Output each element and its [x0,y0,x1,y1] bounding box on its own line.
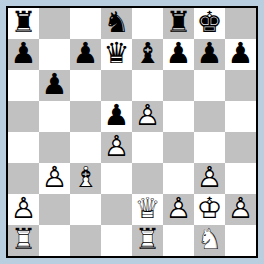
square-g4[interactable] [194,132,225,163]
white-piece-outline-layer: ♙ [194,162,225,193]
piece-white-pawn[interactable]: ♟♙ [8,194,39,225]
black-piece-glyph: ♟ [101,100,132,131]
piece-white-rook[interactable]: ♜♖ [132,225,163,256]
square-b7[interactable] [39,39,70,70]
piece-black-pawn[interactable]: ♟ [225,39,256,70]
square-b3[interactable]: ♟♙ [39,163,70,194]
square-a7[interactable]: ♟ [8,39,39,70]
square-g2[interactable]: ♚♔ [194,194,225,225]
white-piece-outline-layer: ♙ [8,193,39,224]
black-piece-glyph: ♛ [101,38,132,69]
square-e2[interactable]: ♛♕ [132,194,163,225]
black-piece-glyph: ♜ [8,7,39,38]
piece-black-bishop[interactable]: ♝ [132,39,163,70]
square-d3[interactable] [101,163,132,194]
black-piece-glyph: ♜ [163,7,194,38]
square-c6[interactable] [70,70,101,101]
white-piece-outline-layer: ♘ [194,224,225,255]
square-f7[interactable]: ♟ [163,39,194,70]
piece-black-pawn[interactable]: ♟ [39,70,70,101]
black-piece-glyph: ♝ [132,38,163,69]
piece-black-pawn[interactable]: ♟ [101,101,132,132]
square-d8[interactable]: ♞ [101,8,132,39]
square-c2[interactable] [70,194,101,225]
square-a5[interactable] [8,101,39,132]
black-piece-glyph: ♟ [8,38,39,69]
chess-diagram: ♜♞♜♚♟♟♛♝♟♟♟♟♟♟♙♟♙♟♙♝♗♟♙♟♙♛♕♟♙♚♔♟♙♜♖♜♖♞♘ [0,0,264,264]
square-b2[interactable] [39,194,70,225]
square-c7[interactable]: ♟ [70,39,101,70]
square-d5[interactable]: ♟ [101,101,132,132]
square-e5[interactable]: ♟♙ [132,101,163,132]
white-piece-outline-layer: ♙ [225,193,256,224]
square-f3[interactable] [163,163,194,194]
square-e6[interactable] [132,70,163,101]
square-d6[interactable] [101,70,132,101]
square-d7[interactable]: ♛ [101,39,132,70]
piece-white-queen[interactable]: ♛♕ [132,194,163,225]
square-e1[interactable]: ♜♖ [132,225,163,256]
piece-white-pawn[interactable]: ♟♙ [163,194,194,225]
black-piece-glyph: ♟ [39,69,70,100]
chess-board: ♜♞♜♚♟♟♛♝♟♟♟♟♟♟♙♟♙♟♙♝♗♟♙♟♙♛♕♟♙♚♔♟♙♜♖♜♖♞♘ [8,8,256,256]
square-f4[interactable] [163,132,194,163]
white-piece-outline-layer: ♕ [132,193,163,224]
square-b1[interactable] [39,225,70,256]
piece-white-pawn[interactable]: ♟♙ [225,194,256,225]
square-e4[interactable] [132,132,163,163]
square-a1[interactable]: ♜♖ [8,225,39,256]
piece-white-pawn[interactable]: ♟♙ [39,163,70,194]
square-c4[interactable] [70,132,101,163]
black-piece-glyph: ♚ [194,7,225,38]
square-b8[interactable] [39,8,70,39]
piece-white-rook[interactable]: ♜♖ [8,225,39,256]
square-f2[interactable]: ♟♙ [163,194,194,225]
square-b6[interactable]: ♟ [39,70,70,101]
square-h3[interactable] [225,163,256,194]
black-piece-glyph: ♟ [194,38,225,69]
piece-black-rook[interactable]: ♜ [8,8,39,39]
square-g6[interactable] [194,70,225,101]
white-piece-outline-layer: ♖ [8,224,39,255]
square-h7[interactable]: ♟ [225,39,256,70]
square-f1[interactable] [163,225,194,256]
piece-black-pawn[interactable]: ♟ [70,39,101,70]
square-e3[interactable] [132,163,163,194]
square-g8[interactable]: ♚ [194,8,225,39]
piece-white-pawn[interactable]: ♟♙ [194,163,225,194]
piece-white-king[interactable]: ♚♔ [194,194,225,225]
white-piece-outline-layer: ♙ [101,131,132,162]
square-g3[interactable]: ♟♙ [194,163,225,194]
square-d2[interactable] [101,194,132,225]
white-piece-outline-layer: ♙ [132,100,163,131]
square-h2[interactable]: ♟♙ [225,194,256,225]
square-c8[interactable] [70,8,101,39]
piece-black-knight[interactable]: ♞ [101,8,132,39]
square-c1[interactable] [70,225,101,256]
square-e7[interactable]: ♝ [132,39,163,70]
square-f8[interactable]: ♜ [163,8,194,39]
piece-black-king[interactable]: ♚ [194,8,225,39]
square-d4[interactable]: ♟♙ [101,132,132,163]
black-piece-glyph: ♟ [225,38,256,69]
square-e8[interactable] [132,8,163,39]
piece-black-pawn[interactable]: ♟ [194,39,225,70]
square-h1[interactable] [225,225,256,256]
square-a2[interactable]: ♟♙ [8,194,39,225]
piece-black-queen[interactable]: ♛ [101,39,132,70]
square-h8[interactable] [225,8,256,39]
piece-white-pawn[interactable]: ♟♙ [101,132,132,163]
square-a4[interactable] [8,132,39,163]
black-piece-glyph: ♟ [70,38,101,69]
square-h4[interactable] [225,132,256,163]
black-piece-glyph: ♟ [163,38,194,69]
square-a3[interactable] [8,163,39,194]
white-piece-outline-layer: ♙ [39,162,70,193]
square-c3[interactable]: ♝♗ [70,163,101,194]
square-c5[interactable] [70,101,101,132]
white-piece-outline-layer: ♗ [70,162,101,193]
black-piece-glyph: ♞ [101,7,132,38]
square-a6[interactable] [8,70,39,101]
white-piece-outline-layer: ♔ [194,193,225,224]
piece-white-bishop[interactable]: ♝♗ [70,163,101,194]
square-f5[interactable] [163,101,194,132]
square-g7[interactable]: ♟ [194,39,225,70]
piece-black-rook[interactable]: ♜ [163,8,194,39]
white-piece-outline-layer: ♖ [132,224,163,255]
piece-white-pawn[interactable]: ♟♙ [132,101,163,132]
square-b4[interactable] [39,132,70,163]
square-a8[interactable]: ♜ [8,8,39,39]
piece-black-pawn[interactable]: ♟ [163,39,194,70]
piece-black-pawn[interactable]: ♟ [8,39,39,70]
white-piece-outline-layer: ♙ [163,193,194,224]
board-frame: ♜♞♜♚♟♟♛♝♟♟♟♟♟♟♙♟♙♟♙♝♗♟♙♟♙♛♕♟♙♚♔♟♙♜♖♜♖♞♘ [6,6,258,258]
square-b5[interactable] [39,101,70,132]
square-g5[interactable] [194,101,225,132]
square-d1[interactable] [101,225,132,256]
piece-white-knight[interactable]: ♞♘ [194,225,225,256]
square-g1[interactable]: ♞♘ [194,225,225,256]
square-h6[interactable] [225,70,256,101]
square-f6[interactable] [163,70,194,101]
square-h5[interactable] [225,101,256,132]
